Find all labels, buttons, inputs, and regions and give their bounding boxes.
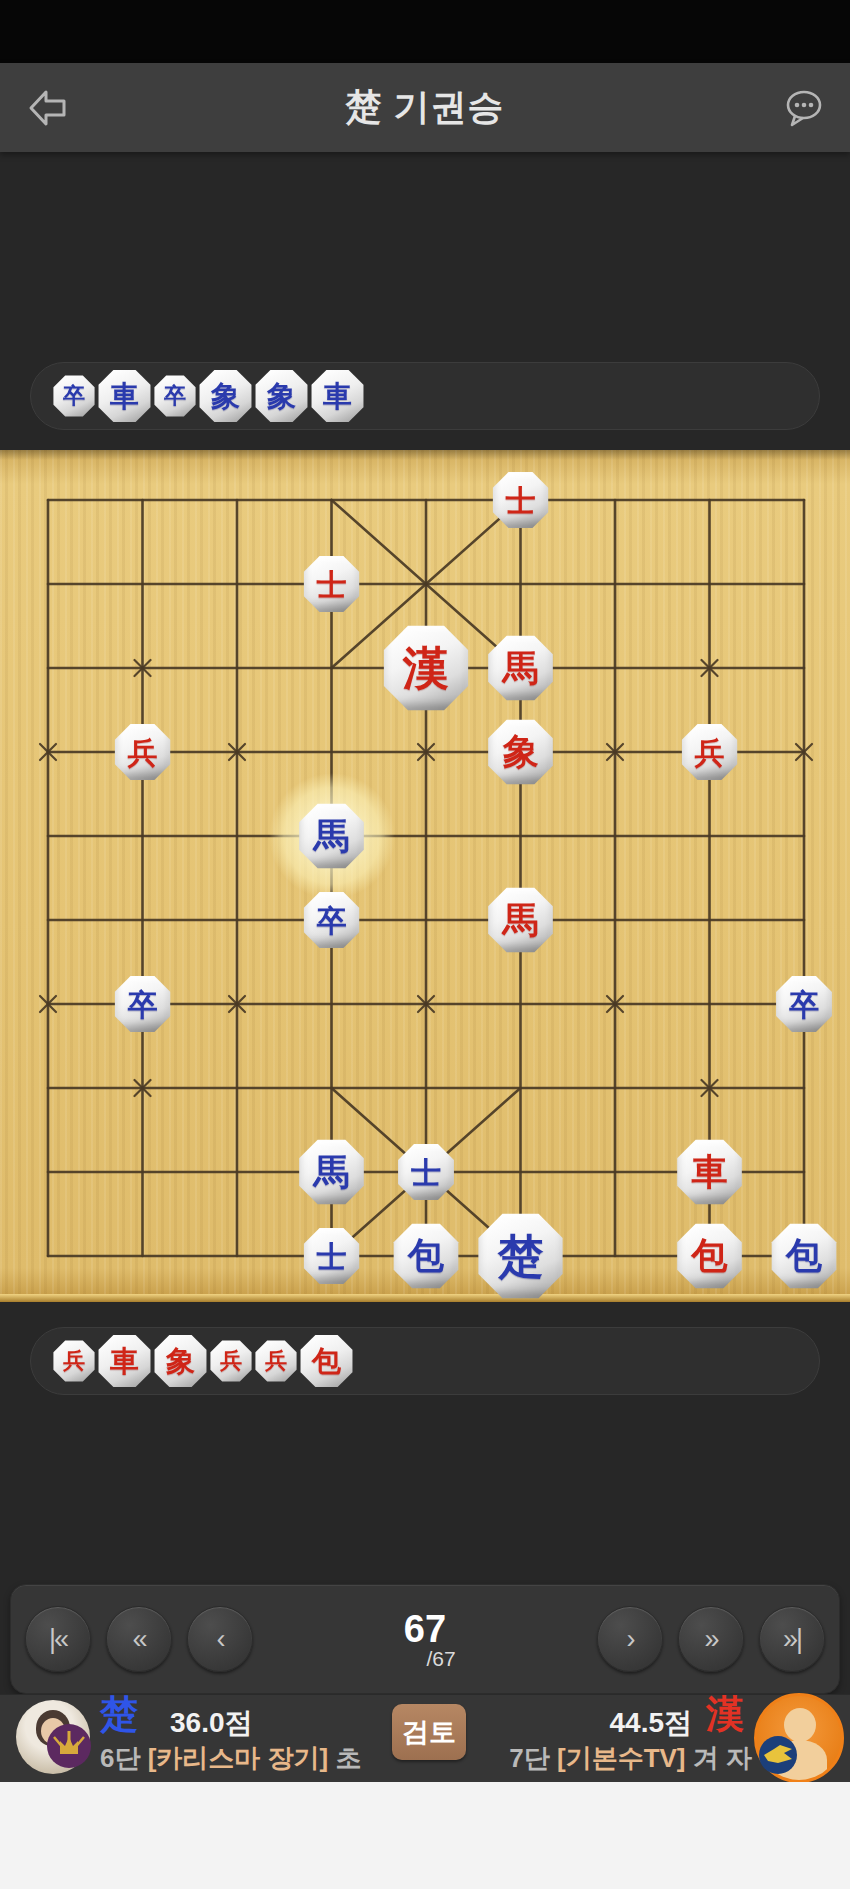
captured-blue-piece: 卒 — [154, 375, 196, 417]
piece-glyph: 士 — [317, 1241, 347, 1271]
chat-button[interactable] — [780, 85, 828, 131]
piece-red-elephant: 象 — [488, 719, 554, 785]
piece-glyph: 馬 — [503, 650, 539, 686]
captured-red-piece: 包 — [300, 1335, 353, 1388]
captured-blue-piece: 車 — [311, 370, 364, 423]
piece-glyph: 兵 — [128, 737, 158, 767]
piece-glyph: 馬 — [503, 902, 539, 938]
captured-red-piece: 兵 — [255, 1340, 297, 1382]
right-player-nickname: 겨 자 — [693, 1743, 752, 1773]
go-first-button[interactable]: |« — [25, 1606, 91, 1672]
left-player-clan-badge — [46, 1723, 92, 1769]
step-forward-button[interactable]: › — [597, 1606, 663, 1672]
current-move-number: 67 — [404, 1608, 446, 1651]
captured-red-piece: 兵 — [210, 1340, 252, 1382]
piece-glyph: 包 — [692, 1238, 728, 1274]
piece-red-advisor: 士 — [303, 556, 360, 613]
left-player-name-line: 6단 [카리스마 장기] 초 — [100, 1741, 361, 1776]
piece-glyph: 兵 — [695, 737, 725, 767]
right-player-side-han: 漢 — [706, 1695, 744, 1733]
left-player-clan: [카리스마 장기] — [148, 1743, 329, 1773]
left-player-rank: 6단 — [100, 1743, 140, 1773]
janggi-board: 士士漢馬兵象兵馬卒馬卒卒馬士車士包楚包包 — [0, 450, 850, 1302]
piece-glyph: 楚 — [498, 1233, 544, 1279]
piece-blue-advisor: 士 — [303, 1228, 360, 1285]
move-navigation: |« « ‹ 67 /67 › » »| — [10, 1584, 840, 1694]
piece-blue-pawn: 卒 — [776, 976, 833, 1033]
bottom-spacer — [0, 1782, 850, 1889]
piece-glyph: 漢 — [403, 645, 449, 691]
piece-red-king: 漢 — [383, 625, 469, 711]
right-player-clan: [기본수TV] — [557, 1743, 686, 1773]
left-player-nickname: 초 — [335, 1743, 361, 1773]
piece-blue-advisor: 士 — [398, 1144, 455, 1201]
piece-glyph: 卒 — [317, 905, 347, 935]
move-counter: 67 /67 — [253, 1608, 597, 1671]
piece-blue-cannon: 包 — [771, 1223, 837, 1289]
piece-blue-horse: 馬 — [299, 803, 365, 869]
fast-forward-button[interactable]: » — [678, 1606, 744, 1672]
piece-glyph: 士 — [411, 1157, 441, 1187]
piece-glyph: 馬 — [314, 818, 350, 854]
piece-glyph: 卒 — [128, 989, 158, 1019]
piece-blue-horse: 馬 — [299, 1139, 365, 1205]
step-back-button[interactable]: ‹ — [187, 1606, 253, 1672]
total-move-number: /67 — [426, 1647, 455, 1671]
app-screen: 楚 기권승 卒車卒象象車 士士漢馬兵象兵馬卒馬卒卒馬士車士包楚包包 兵車象兵兵包… — [0, 0, 850, 1889]
captured-blue-piece: 象 — [255, 370, 308, 423]
piece-red-chariot: 車 — [677, 1139, 743, 1205]
piece-red-advisor: 士 — [492, 472, 549, 529]
nav-back-group: |« « ‹ — [25, 1606, 253, 1672]
right-player-clan-badge — [758, 1735, 798, 1775]
piece-red-pawn: 兵 — [114, 724, 171, 781]
piece-red-horse: 馬 — [488, 887, 554, 953]
captured-blue-piece: 車 — [98, 370, 151, 423]
captured-red-piece: 象 — [154, 1335, 207, 1388]
captured-red-piece: 車 — [98, 1335, 151, 1388]
fast-back-button[interactable]: « — [106, 1606, 172, 1672]
piece-red-horse: 馬 — [488, 635, 554, 701]
captured-blue-piece: 卒 — [53, 375, 95, 417]
piece-glyph: 包 — [408, 1238, 444, 1274]
right-player-rank: 7단 — [509, 1743, 549, 1773]
piece-blue-cannon: 包 — [393, 1223, 459, 1289]
piece-glyph: 士 — [506, 485, 536, 515]
piece-glyph: 馬 — [314, 1154, 350, 1190]
piece-blue-king: 楚 — [478, 1213, 564, 1299]
review-button[interactable]: 검토 — [392, 1704, 466, 1760]
chat-bubble-icon — [781, 87, 827, 129]
right-player-score: 44.5점 — [610, 1704, 693, 1742]
status-bar — [0, 0, 850, 63]
piece-glyph: 士 — [317, 569, 347, 599]
piece-glyph: 象 — [503, 734, 539, 770]
right-player-name-line: 7단 [기본수TV] 겨 자 — [509, 1741, 752, 1776]
board-pieces: 士士漢馬兵象兵馬卒馬卒卒馬士車士包楚包包 — [0, 450, 850, 1302]
piece-glyph: 包 — [786, 1238, 822, 1274]
app-header: 楚 기권승 — [0, 63, 850, 152]
piece-blue-pawn: 卒 — [114, 976, 171, 1033]
player-info-bar: 楚 36.0점 6단 [카리스마 장기] 초 검토 44.5점 漢 7단 [기본… — [0, 1694, 850, 1783]
left-player-side-cho: 楚 — [100, 1695, 138, 1733]
captured-tray-red-pieces: 兵車象兵兵包 — [30, 1327, 820, 1395]
captured-blue-piece: 象 — [199, 370, 252, 423]
go-last-button[interactable]: »| — [759, 1606, 825, 1672]
piece-red-pawn: 兵 — [681, 724, 738, 781]
piece-glyph: 車 — [692, 1154, 728, 1190]
nav-forward-group: › » »| — [597, 1606, 825, 1672]
page-title: 楚 기권승 — [0, 83, 850, 132]
left-player-score: 36.0점 — [170, 1704, 253, 1742]
captured-tray-blue-pieces: 卒車卒象象車 — [30, 362, 820, 430]
captured-red-piece: 兵 — [53, 1340, 95, 1382]
piece-red-cannon: 包 — [677, 1223, 743, 1289]
piece-glyph: 卒 — [789, 989, 819, 1019]
